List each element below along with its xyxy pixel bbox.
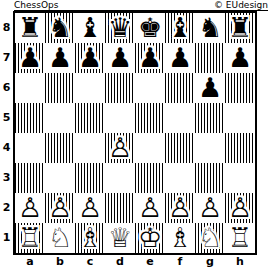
rank-label-1: 1	[0, 223, 13, 253]
square-h4[interactable]	[225, 133, 255, 163]
square-h7[interactable]: ♟	[225, 43, 255, 73]
square-d2[interactable]	[105, 193, 135, 223]
square-h3[interactable]	[225, 163, 255, 193]
piece-white-pawn[interactable]: ♟♙	[15, 193, 45, 223]
chess-board: ♜♞♝♛♚♝♞♜♟♟♟♟♟♟♟♟♟♙♟♙♟♙♟♙♟♙♟♙♟♙♟♙♜♖♞♘♝♗♛♕…	[13, 11, 257, 255]
piece-black-knight[interactable]: ♞	[45, 13, 75, 43]
piece-black-bishop[interactable]: ♝	[165, 13, 195, 43]
header-bar: ChessOps © EUdesign	[14, 0, 268, 11]
square-f7[interactable]: ♟	[165, 43, 195, 73]
piece-silhouette: ♟	[165, 43, 195, 73]
square-f5[interactable]	[165, 103, 195, 133]
square-b2[interactable]: ♟♙	[45, 193, 75, 223]
rank-label-8: 8	[0, 13, 13, 43]
square-c4[interactable]	[75, 133, 105, 163]
piece-white-pawn[interactable]: ♟♙	[75, 193, 105, 223]
square-c7[interactable]: ♟	[75, 43, 105, 73]
piece-white-knight[interactable]: ♞♘	[45, 223, 75, 253]
piece-white-queen[interactable]: ♛♕	[105, 223, 135, 253]
piece-silhouette: ♜	[225, 13, 255, 43]
square-h5[interactable]	[225, 103, 255, 133]
square-f6[interactable]	[165, 73, 195, 103]
piece-white-pawn[interactable]: ♟♙	[135, 193, 165, 223]
square-f4[interactable]	[165, 133, 195, 163]
square-f1[interactable]: ♝♗	[165, 223, 195, 253]
piece-outline-glyph: ♙	[165, 193, 195, 223]
piece-white-pawn[interactable]: ♟♙	[45, 193, 75, 223]
square-d1[interactable]: ♛♕	[105, 223, 135, 253]
piece-outline-glyph: ♙	[15, 193, 45, 223]
square-d7[interactable]: ♟	[105, 43, 135, 73]
piece-outline-glyph: ♙	[105, 133, 135, 163]
piece-silhouette: ♛	[105, 13, 135, 43]
rank-label-6: 6	[0, 73, 13, 103]
piece-black-pawn[interactable]: ♟	[15, 43, 45, 73]
piece-black-queen[interactable]: ♛	[105, 13, 135, 43]
square-b8[interactable]: ♞	[45, 13, 75, 43]
square-h6[interactable]	[225, 73, 255, 103]
square-a6[interactable]	[15, 73, 45, 103]
piece-white-pawn[interactable]: ♟♙	[165, 193, 195, 223]
piece-black-rook[interactable]: ♜	[225, 13, 255, 43]
square-g3[interactable]	[195, 163, 225, 193]
file-label-b: b	[45, 255, 75, 268]
file-label-e: e	[135, 255, 165, 268]
piece-outline-glyph: ♘	[45, 223, 75, 253]
square-g5[interactable]	[195, 103, 225, 133]
piece-black-bishop[interactable]: ♝	[75, 13, 105, 43]
square-e4[interactable]	[135, 133, 165, 163]
square-a7[interactable]: ♟	[15, 43, 45, 73]
square-h8[interactable]: ♜	[225, 13, 255, 43]
square-f3[interactable]	[165, 163, 195, 193]
square-c2[interactable]: ♟♙	[75, 193, 105, 223]
square-b1[interactable]: ♞♘	[45, 223, 75, 253]
piece-outline-glyph: ♙	[135, 193, 165, 223]
piece-black-pawn[interactable]: ♟	[225, 43, 255, 73]
piece-silhouette: ♚	[135, 13, 165, 43]
piece-white-pawn[interactable]: ♟♙	[105, 133, 135, 163]
piece-silhouette: ♜	[15, 13, 45, 43]
square-g1[interactable]: ♞♘	[195, 223, 225, 253]
square-f8[interactable]: ♝	[165, 13, 195, 43]
piece-outline-glyph: ♙	[75, 193, 105, 223]
file-label-a: a	[15, 255, 45, 268]
rank-label-3: 3	[0, 163, 13, 193]
piece-silhouette: ♟	[75, 43, 105, 73]
piece-white-rook[interactable]: ♜♖	[225, 223, 255, 253]
rank-label-5: 5	[0, 103, 13, 133]
square-e3[interactable]	[135, 163, 165, 193]
piece-white-king[interactable]: ♚♔	[135, 223, 165, 253]
piece-outline-glyph: ♙	[45, 193, 75, 223]
square-g8[interactable]: ♞	[195, 13, 225, 43]
square-b4[interactable]	[45, 133, 75, 163]
square-h2[interactable]: ♟♙	[225, 193, 255, 223]
square-h1[interactable]: ♜♖	[225, 223, 255, 253]
square-b5[interactable]	[45, 103, 75, 133]
square-d4[interactable]: ♟♙	[105, 133, 135, 163]
piece-white-pawn[interactable]: ♟♙	[225, 193, 255, 223]
piece-black-pawn[interactable]: ♟	[45, 43, 75, 73]
square-b3[interactable]	[45, 163, 75, 193]
square-c8[interactable]: ♝	[75, 13, 105, 43]
square-a2[interactable]: ♟♙	[15, 193, 45, 223]
app-title: ChessOps	[14, 0, 58, 10]
piece-outline-glyph: ♖	[15, 223, 45, 253]
piece-silhouette: ♟	[105, 43, 135, 73]
piece-black-pawn[interactable]: ♟	[105, 43, 135, 73]
piece-black-king[interactable]: ♚	[135, 13, 165, 43]
piece-white-bishop[interactable]: ♝♗	[75, 223, 105, 253]
piece-outline-glyph: ♘	[195, 223, 225, 253]
piece-black-rook[interactable]: ♜	[15, 13, 45, 43]
piece-white-pawn[interactable]: ♟♙	[195, 193, 225, 223]
piece-black-knight[interactable]: ♞	[195, 13, 225, 43]
square-d8[interactable]: ♛	[105, 13, 135, 43]
piece-silhouette: ♟	[195, 73, 225, 103]
piece-black-pawn[interactable]: ♟	[165, 43, 195, 73]
piece-silhouette: ♟	[45, 43, 75, 73]
file-labels: abcdefgh	[15, 255, 255, 268]
file-label-f: f	[165, 255, 195, 268]
piece-silhouette: ♞	[45, 13, 75, 43]
file-label-h: h	[225, 255, 255, 268]
square-d3[interactable]	[105, 163, 135, 193]
piece-outline-glyph: ♙	[225, 193, 255, 223]
piece-black-pawn[interactable]: ♟	[75, 43, 105, 73]
piece-silhouette: ♞	[195, 13, 225, 43]
square-e7[interactable]: ♟	[135, 43, 165, 73]
rank-label-4: 4	[0, 133, 13, 163]
piece-silhouette: ♟	[225, 43, 255, 73]
square-d5[interactable]	[105, 103, 135, 133]
square-c5[interactable]	[75, 103, 105, 133]
piece-outline-glyph: ♗	[165, 223, 195, 253]
copyright-credit: © EUdesign	[214, 0, 268, 10]
square-e5[interactable]	[135, 103, 165, 133]
square-a3[interactable]	[15, 163, 45, 193]
piece-white-knight[interactable]: ♞♘	[195, 223, 225, 253]
piece-outline-glyph: ♔	[135, 223, 165, 253]
piece-silhouette: ♝	[165, 13, 195, 43]
square-e6[interactable]	[135, 73, 165, 103]
piece-outline-glyph: ♕	[105, 223, 135, 253]
square-e1[interactable]: ♚♔	[135, 223, 165, 253]
square-g6[interactable]: ♟	[195, 73, 225, 103]
rank-labels: 87654321	[0, 13, 13, 253]
square-g4[interactable]	[195, 133, 225, 163]
piece-silhouette: ♟	[15, 43, 45, 73]
square-g2[interactable]: ♟♙	[195, 193, 225, 223]
square-c6[interactable]	[75, 73, 105, 103]
piece-outline-glyph: ♖	[225, 223, 255, 253]
chessops-window: ChessOps © EUdesign 87654321 ♜♞♝♛♚♝♞♜♟♟♟…	[0, 0, 270, 270]
square-a8[interactable]: ♜	[15, 13, 45, 43]
file-label-g: g	[195, 255, 225, 268]
file-label-d: d	[105, 255, 135, 268]
square-a1[interactable]: ♜♖	[15, 223, 45, 253]
piece-white-rook[interactable]: ♜♖	[15, 223, 45, 253]
square-a4[interactable]	[15, 133, 45, 163]
square-f2[interactable]: ♟♙	[165, 193, 195, 223]
square-a5[interactable]	[15, 103, 45, 133]
rank-label-7: 7	[0, 43, 13, 73]
square-g7[interactable]	[195, 43, 225, 73]
square-d6[interactable]	[105, 73, 135, 103]
piece-black-pawn[interactable]: ♟	[135, 43, 165, 73]
piece-white-bishop[interactable]: ♝♗	[165, 223, 195, 253]
square-e8[interactable]: ♚	[135, 13, 165, 43]
square-b6[interactable]	[45, 73, 75, 103]
piece-outline-glyph: ♗	[75, 223, 105, 253]
square-b7[interactable]: ♟	[45, 43, 75, 73]
square-c1[interactable]: ♝♗	[75, 223, 105, 253]
piece-silhouette: ♝	[75, 13, 105, 43]
square-e2[interactable]: ♟♙	[135, 193, 165, 223]
square-c3[interactable]	[75, 163, 105, 193]
piece-silhouette: ♟	[135, 43, 165, 73]
piece-outline-glyph: ♙	[195, 193, 225, 223]
piece-black-pawn[interactable]: ♟	[195, 73, 225, 103]
rank-label-2: 2	[0, 193, 13, 223]
file-label-c: c	[75, 255, 105, 268]
